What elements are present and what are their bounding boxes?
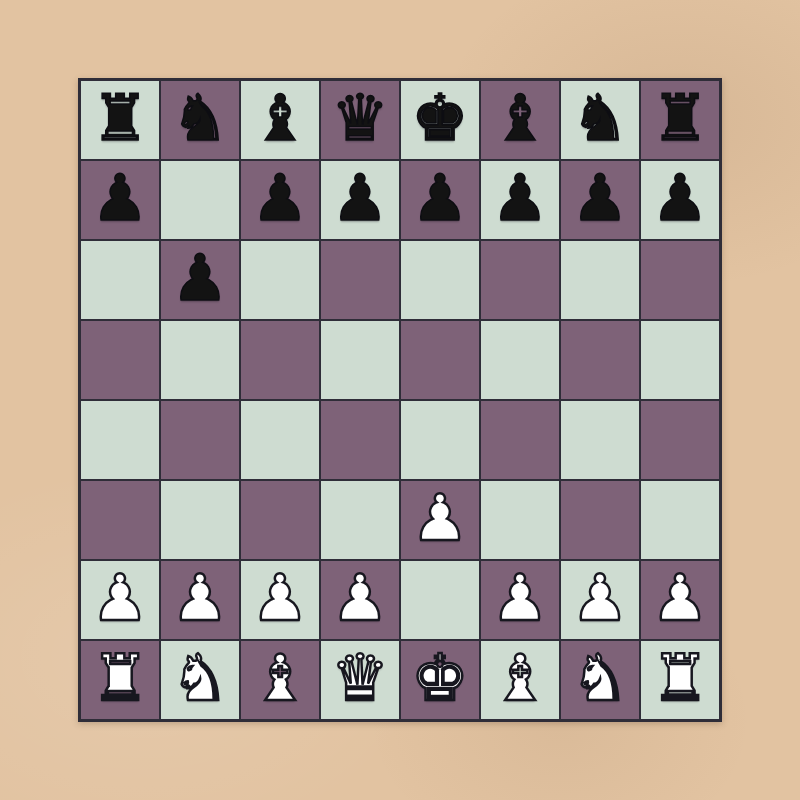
square-c1[interactable]: ♝ [241, 641, 319, 719]
piece-black-pawn[interactable]: ♟ [331, 166, 388, 230]
square-a7[interactable]: ♟ [81, 161, 159, 239]
square-e3[interactable]: ♟ [401, 481, 479, 559]
piece-white-bishop[interactable]: ♝ [491, 646, 548, 710]
piece-black-knight[interactable]: ♞ [571, 86, 628, 150]
square-e6[interactable] [401, 241, 479, 319]
piece-black-pawn[interactable]: ♟ [491, 166, 548, 230]
piece-white-knight[interactable]: ♞ [571, 646, 628, 710]
piece-white-queen[interactable]: ♛ [331, 646, 388, 710]
square-c3[interactable] [241, 481, 319, 559]
square-e5[interactable] [401, 321, 479, 399]
piece-black-rook[interactable]: ♜ [651, 86, 708, 150]
square-h2[interactable]: ♟ [641, 561, 719, 639]
piece-black-bishop[interactable]: ♝ [491, 86, 548, 150]
square-c7[interactable]: ♟ [241, 161, 319, 239]
square-f4[interactable] [481, 401, 559, 479]
square-c4[interactable] [241, 401, 319, 479]
square-d3[interactable] [321, 481, 399, 559]
square-h7[interactable]: ♟ [641, 161, 719, 239]
square-a4[interactable] [81, 401, 159, 479]
square-g4[interactable] [561, 401, 639, 479]
square-h4[interactable] [641, 401, 719, 479]
square-g7[interactable]: ♟ [561, 161, 639, 239]
piece-black-pawn[interactable]: ♟ [91, 166, 148, 230]
square-b7[interactable] [161, 161, 239, 239]
piece-white-pawn[interactable]: ♟ [331, 566, 388, 630]
square-a5[interactable] [81, 321, 159, 399]
square-f2[interactable]: ♟ [481, 561, 559, 639]
square-e4[interactable] [401, 401, 479, 479]
square-f5[interactable] [481, 321, 559, 399]
piece-white-rook[interactable]: ♜ [651, 646, 708, 710]
square-c2[interactable]: ♟ [241, 561, 319, 639]
square-f8[interactable]: ♝ [481, 81, 559, 159]
square-d6[interactable] [321, 241, 399, 319]
square-b6[interactable]: ♟ [161, 241, 239, 319]
square-h6[interactable] [641, 241, 719, 319]
square-d8[interactable]: ♛ [321, 81, 399, 159]
piece-black-pawn[interactable]: ♟ [571, 166, 628, 230]
square-f6[interactable] [481, 241, 559, 319]
chess-board: ♜♞♝♛♚♝♞♜♟♟♟♟♟♟♟♟♟♟♟♟♟♟♟♟♜♞♝♛♚♝♞♜ [78, 78, 722, 722]
square-b2[interactable]: ♟ [161, 561, 239, 639]
piece-black-bishop[interactable]: ♝ [251, 86, 308, 150]
piece-white-pawn[interactable]: ♟ [651, 566, 708, 630]
piece-white-knight[interactable]: ♞ [171, 646, 228, 710]
square-f7[interactable]: ♟ [481, 161, 559, 239]
square-e8[interactable]: ♚ [401, 81, 479, 159]
piece-black-pawn[interactable]: ♟ [411, 166, 468, 230]
piece-white-pawn[interactable]: ♟ [411, 486, 468, 550]
piece-white-bishop[interactable]: ♝ [251, 646, 308, 710]
piece-black-pawn[interactable]: ♟ [171, 246, 228, 310]
square-b4[interactable] [161, 401, 239, 479]
piece-white-pawn[interactable]: ♟ [571, 566, 628, 630]
piece-white-pawn[interactable]: ♟ [91, 566, 148, 630]
piece-white-king[interactable]: ♚ [411, 646, 468, 710]
square-f3[interactable] [481, 481, 559, 559]
square-a8[interactable]: ♜ [81, 81, 159, 159]
square-b1[interactable]: ♞ [161, 641, 239, 719]
square-b3[interactable] [161, 481, 239, 559]
square-c6[interactable] [241, 241, 319, 319]
square-a2[interactable]: ♟ [81, 561, 159, 639]
square-g2[interactable]: ♟ [561, 561, 639, 639]
square-d5[interactable] [321, 321, 399, 399]
square-g3[interactable] [561, 481, 639, 559]
square-e2[interactable] [401, 561, 479, 639]
square-a6[interactable] [81, 241, 159, 319]
square-g1[interactable]: ♞ [561, 641, 639, 719]
piece-black-queen[interactable]: ♛ [331, 86, 388, 150]
square-b8[interactable]: ♞ [161, 81, 239, 159]
square-d7[interactable]: ♟ [321, 161, 399, 239]
square-b5[interactable] [161, 321, 239, 399]
square-a1[interactable]: ♜ [81, 641, 159, 719]
square-c8[interactable]: ♝ [241, 81, 319, 159]
square-a3[interactable] [81, 481, 159, 559]
piece-black-knight[interactable]: ♞ [171, 86, 228, 150]
square-e7[interactable]: ♟ [401, 161, 479, 239]
square-h3[interactable] [641, 481, 719, 559]
square-h1[interactable]: ♜ [641, 641, 719, 719]
piece-black-king[interactable]: ♚ [411, 86, 468, 150]
square-c5[interactable] [241, 321, 319, 399]
piece-white-pawn[interactable]: ♟ [251, 566, 308, 630]
square-g5[interactable] [561, 321, 639, 399]
square-g6[interactable] [561, 241, 639, 319]
square-f1[interactable]: ♝ [481, 641, 559, 719]
square-h5[interactable] [641, 321, 719, 399]
square-h8[interactable]: ♜ [641, 81, 719, 159]
piece-black-pawn[interactable]: ♟ [251, 166, 308, 230]
piece-white-pawn[interactable]: ♟ [171, 566, 228, 630]
square-d4[interactable] [321, 401, 399, 479]
piece-black-pawn[interactable]: ♟ [651, 166, 708, 230]
square-d1[interactable]: ♛ [321, 641, 399, 719]
square-e1[interactable]: ♚ [401, 641, 479, 719]
piece-white-rook[interactable]: ♜ [91, 646, 148, 710]
piece-white-pawn[interactable]: ♟ [491, 566, 548, 630]
piece-black-rook[interactable]: ♜ [91, 86, 148, 150]
square-g8[interactable]: ♞ [561, 81, 639, 159]
square-d2[interactable]: ♟ [321, 561, 399, 639]
